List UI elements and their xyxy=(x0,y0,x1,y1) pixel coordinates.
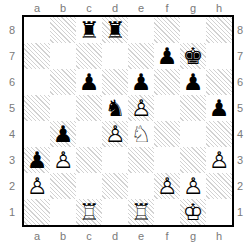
square-b6[interactable] xyxy=(50,69,76,95)
square-c3[interactable] xyxy=(76,147,102,173)
rank-label-3: 3 xyxy=(234,147,246,173)
square-g8[interactable] xyxy=(180,17,206,43)
square-e3[interactable] xyxy=(128,147,154,173)
square-g1[interactable]: ♚♔ xyxy=(180,199,206,225)
file-label-d: d xyxy=(102,3,128,14)
piece-black-knight-icon: ♞ xyxy=(102,95,128,121)
piece-black-rook-icon: ♜ xyxy=(76,17,102,43)
square-a1[interactable] xyxy=(24,199,50,225)
corner-top-left xyxy=(0,0,22,15)
square-f7[interactable]: ♟ xyxy=(154,43,180,69)
chess-diagram: abcdefgh 87654321 ♜♜♟♚♟♟♟♞♟♙♟♟♟♙♞♘♟♟♙♟♙♟… xyxy=(0,0,246,247)
square-f8[interactable] xyxy=(154,17,180,43)
rank-label-2: 2 xyxy=(0,173,22,199)
file-labels-top: abcdefgh xyxy=(24,0,234,15)
piece-white-fill: ♟ xyxy=(50,147,76,173)
square-c2[interactable] xyxy=(76,173,102,199)
square-f2[interactable]: ♟♙ xyxy=(154,173,180,199)
square-e1[interactable]: ♜♖ xyxy=(128,199,154,225)
rank-label-7: 7 xyxy=(234,43,246,69)
rank-label-1: 1 xyxy=(234,199,246,225)
square-d7[interactable] xyxy=(102,43,128,69)
square-e6[interactable]: ♟ xyxy=(128,69,154,95)
piece-black-pawn-icon: ♟ xyxy=(154,43,180,69)
square-b1[interactable] xyxy=(50,199,76,225)
file-label-e: e xyxy=(128,3,154,14)
corner-top-right xyxy=(234,0,246,15)
square-c8[interactable]: ♜ xyxy=(76,17,102,43)
piece-white-fill: ♜ xyxy=(128,199,154,225)
square-b7[interactable] xyxy=(50,43,76,69)
piece-black-pawn-icon: ♟ xyxy=(24,147,50,173)
square-f1[interactable] xyxy=(154,199,180,225)
square-d6[interactable] xyxy=(102,69,128,95)
chess-diagram-page: abcdefgh 87654321 ♜♜♟♚♟♟♟♞♟♙♟♟♟♙♞♘♟♟♙♟♙♟… xyxy=(0,0,246,247)
square-g6[interactable]: ♟ xyxy=(180,69,206,95)
piece-black-pawn-icon: ♟ xyxy=(50,121,76,147)
file-label-h: h xyxy=(206,231,232,242)
piece-white-fill: ♟ xyxy=(24,173,50,199)
piece-white-fill: ♚ xyxy=(180,199,206,225)
piece-black-pawn-icon: ♟ xyxy=(76,69,102,95)
square-g5[interactable] xyxy=(180,95,206,121)
square-d2[interactable] xyxy=(102,173,128,199)
square-b3[interactable]: ♟♙ xyxy=(50,147,76,173)
file-label-c: c xyxy=(76,231,102,242)
piece-white-fill: ♟ xyxy=(154,173,180,199)
piece-white-knight-icon: ♘ xyxy=(128,121,154,147)
file-label-h: h xyxy=(206,3,232,14)
file-labels-bottom: abcdefgh xyxy=(24,227,234,247)
rank-label-5: 5 xyxy=(234,95,246,121)
rank-label-3: 3 xyxy=(0,147,22,173)
rank-label-4: 4 xyxy=(0,121,22,147)
square-c1[interactable]: ♜♖ xyxy=(76,199,102,225)
square-c7[interactable] xyxy=(76,43,102,69)
rank-label-6: 6 xyxy=(234,69,246,95)
chess-board: ♜♜♟♚♟♟♟♞♟♙♟♟♟♙♞♘♟♟♙♟♙♟♙♟♙♟♙♜♖♜♖♚♔ xyxy=(22,15,234,227)
square-f4[interactable] xyxy=(154,121,180,147)
piece-white-fill: ♟ xyxy=(102,121,128,147)
square-h3[interactable]: ♟♙ xyxy=(206,147,232,173)
square-d1[interactable] xyxy=(102,199,128,225)
rank-label-4: 4 xyxy=(234,121,246,147)
square-e7[interactable] xyxy=(128,43,154,69)
square-g2[interactable]: ♟♙ xyxy=(180,173,206,199)
square-b8[interactable] xyxy=(50,17,76,43)
square-e2[interactable] xyxy=(128,173,154,199)
piece-black-rook-icon: ♜ xyxy=(102,17,128,43)
square-a5[interactable] xyxy=(24,95,50,121)
file-label-b: b xyxy=(50,231,76,242)
file-label-a: a xyxy=(24,3,50,14)
file-label-b: b xyxy=(50,3,76,14)
square-a4[interactable] xyxy=(24,121,50,147)
piece-white-king-icon: ♔ xyxy=(180,199,206,225)
piece-white-pawn-icon: ♙ xyxy=(180,173,206,199)
rank-label-8: 8 xyxy=(0,17,22,43)
piece-white-fill: ♟ xyxy=(128,95,154,121)
square-d8[interactable]: ♜ xyxy=(102,17,128,43)
square-g3[interactable] xyxy=(180,147,206,173)
corner-bottom-left xyxy=(0,227,22,247)
piece-white-fill: ♟ xyxy=(206,147,232,173)
file-label-a: a xyxy=(24,231,50,242)
square-h1[interactable] xyxy=(206,199,232,225)
rank-labels-right: 87654321 xyxy=(234,17,246,227)
piece-white-rook-icon: ♖ xyxy=(128,199,154,225)
square-h2[interactable] xyxy=(206,173,232,199)
piece-white-pawn-icon: ♙ xyxy=(206,147,232,173)
square-d3[interactable] xyxy=(102,147,128,173)
square-e5[interactable]: ♟♙ xyxy=(128,95,154,121)
square-f6[interactable] xyxy=(154,69,180,95)
square-b4[interactable]: ♟ xyxy=(50,121,76,147)
rank-label-8: 8 xyxy=(234,17,246,43)
square-h8[interactable] xyxy=(206,17,232,43)
square-h7[interactable] xyxy=(206,43,232,69)
file-label-d: d xyxy=(102,231,128,242)
piece-white-fill: ♞ xyxy=(128,121,154,147)
file-label-f: f xyxy=(154,231,180,242)
rank-label-2: 2 xyxy=(234,173,246,199)
square-c4[interactable] xyxy=(76,121,102,147)
square-e8[interactable] xyxy=(128,17,154,43)
rank-label-6: 6 xyxy=(0,69,22,95)
piece-white-pawn-icon: ♙ xyxy=(128,95,154,121)
square-a2[interactable]: ♟♙ xyxy=(24,173,50,199)
square-a8[interactable] xyxy=(24,17,50,43)
square-e4[interactable]: ♞♘ xyxy=(128,121,154,147)
piece-white-rook-icon: ♖ xyxy=(76,199,102,225)
square-h4[interactable] xyxy=(206,121,232,147)
piece-black-pawn-icon: ♟ xyxy=(180,69,206,95)
square-d5[interactable]: ♞ xyxy=(102,95,128,121)
file-label-c: c xyxy=(76,3,102,14)
piece-white-fill: ♜ xyxy=(76,199,102,225)
piece-white-pawn-icon: ♙ xyxy=(50,147,76,173)
piece-white-pawn-icon: ♙ xyxy=(24,173,50,199)
square-c5[interactable] xyxy=(76,95,102,121)
square-a6[interactable] xyxy=(24,69,50,95)
square-g7[interactable]: ♚ xyxy=(180,43,206,69)
file-label-e: e xyxy=(128,231,154,242)
piece-black-pawn-icon: ♟ xyxy=(206,95,232,121)
piece-black-king-icon: ♚ xyxy=(180,43,206,69)
rank-labels-left: 87654321 xyxy=(0,17,22,227)
file-label-g: g xyxy=(180,231,206,242)
square-f5[interactable] xyxy=(154,95,180,121)
file-label-f: f xyxy=(154,3,180,14)
square-a7[interactable] xyxy=(24,43,50,69)
square-h5[interactable]: ♟ xyxy=(206,95,232,121)
piece-white-pawn-icon: ♙ xyxy=(102,121,128,147)
rank-label-1: 1 xyxy=(0,199,22,225)
corner-bottom-right xyxy=(234,227,246,247)
piece-white-pawn-icon: ♙ xyxy=(154,173,180,199)
square-d4[interactable]: ♟♙ xyxy=(102,121,128,147)
file-label-g: g xyxy=(180,3,206,14)
square-h6[interactable] xyxy=(206,69,232,95)
rank-label-7: 7 xyxy=(0,43,22,69)
square-f3[interactable] xyxy=(154,147,180,173)
square-b5[interactable] xyxy=(50,95,76,121)
piece-black-pawn-icon: ♟ xyxy=(128,69,154,95)
square-b2[interactable] xyxy=(50,173,76,199)
square-c6[interactable]: ♟ xyxy=(76,69,102,95)
square-g4[interactable] xyxy=(180,121,206,147)
rank-label-5: 5 xyxy=(0,95,22,121)
piece-white-fill: ♟ xyxy=(180,173,206,199)
square-a3[interactable]: ♟ xyxy=(24,147,50,173)
